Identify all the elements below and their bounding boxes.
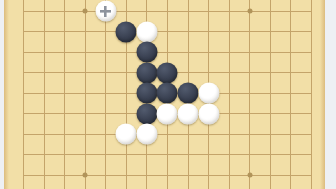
grid-line-vertical (23, 0, 24, 189)
grid-line-horizontal (23, 175, 312, 176)
grid-line-horizontal (23, 52, 312, 53)
black-stone (157, 62, 178, 83)
last-move-marker-icon (100, 6, 111, 17)
game-screen (0, 0, 336, 189)
white-stone (116, 124, 137, 145)
black-stone (157, 83, 178, 104)
grid-line-horizontal (23, 31, 312, 32)
board-edge-shadow-right (320, 0, 325, 189)
white-stone (198, 83, 219, 104)
white-stone (178, 103, 199, 124)
grid-line-vertical (105, 0, 106, 189)
black-stone (136, 42, 157, 63)
black-stone (136, 103, 157, 124)
grid-line-horizontal (23, 11, 312, 12)
grid-line-horizontal (23, 134, 312, 135)
grid-line-vertical (290, 0, 291, 189)
gomoku-board[interactable] (4, 0, 325, 189)
grid-line-vertical (229, 0, 230, 189)
board-edge-shadow-left (4, 0, 9, 189)
black-stone (136, 83, 157, 104)
black-stone (116, 21, 137, 42)
black-stone (178, 83, 199, 104)
white-stone (95, 1, 116, 22)
grid-line-vertical (64, 0, 65, 189)
grid-line-vertical (44, 0, 45, 189)
grid-line-vertical (270, 0, 271, 189)
grid-line-vertical (311, 0, 312, 189)
white-stone (136, 21, 157, 42)
white-stone (198, 103, 219, 124)
white-stone (136, 124, 157, 145)
black-stone (136, 62, 157, 83)
star-point (83, 9, 88, 14)
white-stone (157, 103, 178, 124)
star-point (247, 173, 252, 178)
star-point (247, 9, 252, 14)
grid-line-horizontal (23, 154, 312, 155)
grid-line-vertical (85, 0, 86, 189)
grid-line-vertical (249, 0, 250, 189)
star-point (83, 173, 88, 178)
